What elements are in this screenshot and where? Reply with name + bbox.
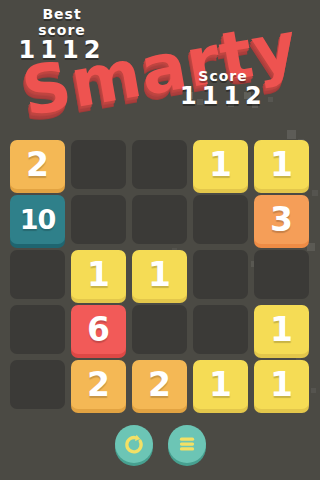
tile-6-r4c2[interactable]: 6: [71, 305, 126, 354]
tile-1-r5c5[interactable]: 1: [254, 360, 309, 409]
empty-cell-r1c3: [132, 140, 187, 189]
empty-cell-r3c5: [254, 250, 309, 299]
tile-1-r1c4[interactable]: 1: [193, 140, 248, 189]
best-score-label: Best score: [14, 6, 110, 38]
empty-cell-r4c4: [193, 305, 248, 354]
bottom-controls: [0, 425, 320, 463]
pixel-decoration: [312, 190, 318, 196]
tile-1-r4c5[interactable]: 1: [254, 305, 309, 354]
pixel-decoration: [268, 97, 273, 102]
menu-icon: [174, 431, 200, 457]
tile-1-r1c5[interactable]: 1: [254, 140, 309, 189]
game-screen: Best score 1112 Smarty Score 1112 211103…: [0, 0, 320, 480]
tile-1-r3c2[interactable]: 1: [71, 250, 126, 299]
restart-button[interactable]: [115, 425, 153, 463]
refresh-icon: [121, 431, 147, 457]
game-board[interactable]: 21110311612211: [10, 140, 309, 409]
tile-1-r5c4[interactable]: 1: [193, 360, 248, 409]
tile-3-r2c5[interactable]: 3: [254, 195, 309, 244]
current-score: Score 1112: [180, 68, 266, 108]
empty-cell-r1c2: [71, 140, 126, 189]
empty-cell-r4c3: [132, 305, 187, 354]
pixel-decoration: [287, 130, 296, 139]
tile-10-r2c1[interactable]: 10: [10, 195, 65, 244]
tile-2-r5c2[interactable]: 2: [71, 360, 126, 409]
tile-2-r1c1[interactable]: 2: [10, 140, 65, 189]
tile-1-r3c3[interactable]: 1: [132, 250, 187, 299]
empty-cell-r2c2: [71, 195, 126, 244]
empty-cell-r4c1: [10, 305, 65, 354]
empty-cell-r2c4: [193, 195, 248, 244]
tile-2-r5c3[interactable]: 2: [132, 360, 187, 409]
pixel-decoration: [311, 388, 316, 393]
empty-cell-r3c1: [10, 250, 65, 299]
score-value: 1112: [180, 84, 266, 108]
empty-cell-r2c3: [132, 195, 187, 244]
empty-cell-r5c1: [10, 360, 65, 409]
menu-button[interactable]: [168, 425, 206, 463]
empty-cell-r3c4: [193, 250, 248, 299]
